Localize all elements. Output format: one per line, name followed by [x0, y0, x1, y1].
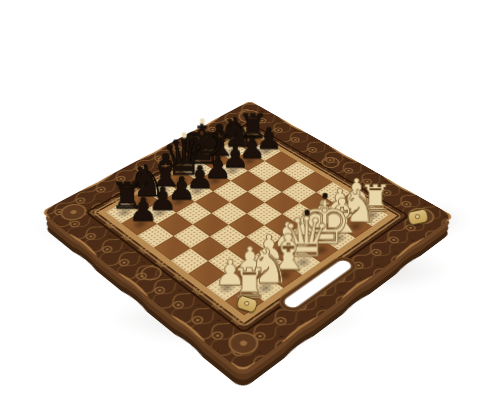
product-photo-stage: ♜♞♝♛♚♝♞♜♟♟♟♟♟♟♟♟♟♟♟♟♟♟♟♟♜♞♝♛♚♝♞♜ [0, 0, 500, 400]
finial [199, 118, 204, 124]
board-3d-scene: ♜♞♝♛♚♝♞♜♟♟♟♟♟♟♟♟♟♟♟♟♟♟♟♟♜♞♝♛♚♝♞♜ [0, 0, 500, 400]
finial [181, 133, 186, 139]
finial [322, 193, 327, 199]
piece-black-pawn[interactable]: ♟ [112, 194, 173, 227]
chess-case: ♜♞♝♛♚♝♞♜♟♟♟♟♟♟♟♟♟♟♟♟♟♟♟♟♜♞♝♛♚♝♞♜ [41, 101, 454, 373]
finial [304, 210, 309, 216]
